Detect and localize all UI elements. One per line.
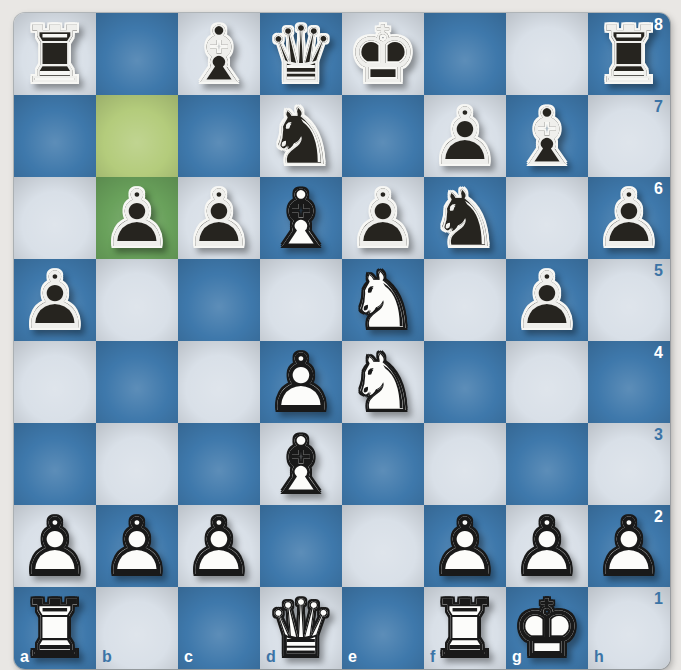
white-bishop-outline-icon: ♗ — [260, 423, 342, 505]
white-pawn[interactable]: ♟♙ — [96, 505, 178, 587]
black-queen[interactable]: ♛♕ — [260, 13, 342, 95]
square-h8[interactable]: ♜♖ — [588, 13, 670, 95]
square-c3[interactable] — [178, 423, 260, 505]
square-f7[interactable]: ♟♙ — [424, 95, 506, 177]
square-b5[interactable] — [96, 259, 178, 341]
square-b1[interactable] — [96, 587, 178, 669]
black-pawn-outline-icon: ♙ — [96, 177, 178, 259]
black-pawn[interactable]: ♟♙ — [588, 177, 670, 259]
square-h7[interactable] — [588, 95, 670, 177]
black-rook[interactable]: ♜♖ — [588, 13, 670, 95]
white-rook-outline-icon: ♖ — [424, 587, 506, 669]
white-bishop[interactable]: ♝♗ — [260, 423, 342, 505]
white-rook[interactable]: ♜♖ — [14, 587, 96, 669]
square-f3[interactable] — [424, 423, 506, 505]
square-e5[interactable]: ♞♘ — [342, 259, 424, 341]
square-a4[interactable] — [14, 341, 96, 423]
square-e7[interactable] — [342, 95, 424, 177]
square-d8[interactable]: ♛♕ — [260, 13, 342, 95]
black-pawn-outline-icon: ♙ — [588, 177, 670, 259]
square-c2[interactable]: ♟♙ — [178, 505, 260, 587]
square-h2[interactable]: ♟♙ — [588, 505, 670, 587]
square-d7[interactable]: ♞♘ — [260, 95, 342, 177]
square-e6[interactable]: ♟♙ — [342, 177, 424, 259]
square-f2[interactable]: ♟♙ — [424, 505, 506, 587]
square-b8[interactable] — [96, 13, 178, 95]
white-pawn[interactable]: ♟♙ — [178, 505, 260, 587]
white-knight-outline-icon: ♘ — [342, 341, 424, 423]
square-d4[interactable]: ♟♙ — [260, 341, 342, 423]
white-bishop[interactable]: ♝♗ — [260, 177, 342, 259]
square-a7[interactable] — [14, 95, 96, 177]
black-pawn[interactable]: ♟♙ — [342, 177, 424, 259]
square-b4[interactable] — [96, 341, 178, 423]
square-a8[interactable]: ♜♖ — [14, 13, 96, 95]
white-pawn-outline-icon: ♙ — [260, 341, 342, 423]
white-knight-outline-icon: ♘ — [342, 259, 424, 341]
white-knight[interactable]: ♞♘ — [342, 341, 424, 423]
square-c7[interactable] — [178, 95, 260, 177]
square-h1[interactable] — [588, 587, 670, 669]
square-h5[interactable] — [588, 259, 670, 341]
square-g6[interactable] — [506, 177, 588, 259]
square-g3[interactable] — [506, 423, 588, 505]
black-rook-outline-icon: ♖ — [14, 13, 96, 95]
white-king[interactable]: ♚♔ — [506, 587, 588, 669]
black-bishop[interactable]: ♝♗ — [178, 13, 260, 95]
black-pawn[interactable]: ♟♙ — [178, 177, 260, 259]
square-f1[interactable]: ♜♖ — [424, 587, 506, 669]
square-a1[interactable]: ♜♖ — [14, 587, 96, 669]
white-queen[interactable]: ♛♕ — [260, 587, 342, 669]
white-pawn[interactable]: ♟♙ — [424, 505, 506, 587]
white-queen-outline-icon: ♕ — [260, 587, 342, 669]
white-knight[interactable]: ♞♘ — [342, 259, 424, 341]
black-pawn[interactable]: ♟♙ — [96, 177, 178, 259]
square-g8[interactable] — [506, 13, 588, 95]
black-bishop-outline-icon: ♗ — [506, 95, 588, 177]
square-a2[interactable]: ♟♙ — [14, 505, 96, 587]
square-c8[interactable]: ♝♗ — [178, 13, 260, 95]
square-d2[interactable] — [260, 505, 342, 587]
square-g7[interactable]: ♝♗ — [506, 95, 588, 177]
square-f6[interactable]: ♞♘ — [424, 177, 506, 259]
square-h4[interactable] — [588, 341, 670, 423]
white-pawn-outline-icon: ♙ — [506, 505, 588, 587]
white-bishop-outline-icon: ♗ — [260, 177, 342, 259]
square-f8[interactable] — [424, 13, 506, 95]
black-bishop-outline-icon: ♗ — [178, 13, 260, 95]
black-pawn-outline-icon: ♙ — [342, 177, 424, 259]
square-c5[interactable] — [178, 259, 260, 341]
square-h3[interactable] — [588, 423, 670, 505]
black-pawn-outline-icon: ♙ — [178, 177, 260, 259]
square-g4[interactable] — [506, 341, 588, 423]
white-pawn[interactable]: ♟♙ — [260, 341, 342, 423]
white-pawn-outline-icon: ♙ — [178, 505, 260, 587]
black-knight[interactable]: ♞♘ — [260, 95, 342, 177]
white-rook-outline-icon: ♖ — [14, 587, 96, 669]
black-knight-outline-icon: ♘ — [260, 95, 342, 177]
square-e3[interactable] — [342, 423, 424, 505]
square-c1[interactable] — [178, 587, 260, 669]
black-knight[interactable]: ♞♘ — [424, 177, 506, 259]
white-pawn[interactable]: ♟♙ — [588, 505, 670, 587]
white-pawn[interactable]: ♟♙ — [14, 505, 96, 587]
black-pawn[interactable]: ♟♙ — [14, 259, 96, 341]
board-grid: ♜♖♝♗♛♕♚♔♜♖♞♘♟♙♝♗♟♙♟♙♝♗♟♙♞♘♟♙♟♙♞♘♟♙♟♙♞♘♝♗… — [14, 13, 670, 669]
white-pawn[interactable]: ♟♙ — [506, 505, 588, 587]
black-knight-outline-icon: ♘ — [424, 177, 506, 259]
black-pawn-outline-icon: ♙ — [506, 259, 588, 341]
white-pawn-outline-icon: ♙ — [96, 505, 178, 587]
square-b7[interactable] — [96, 95, 178, 177]
square-e8[interactable]: ♚♔ — [342, 13, 424, 95]
black-queen-outline-icon: ♕ — [260, 13, 342, 95]
white-king-outline-icon: ♔ — [506, 587, 588, 669]
square-e1[interactable] — [342, 587, 424, 669]
square-d5[interactable] — [260, 259, 342, 341]
square-c6[interactable]: ♟♙ — [178, 177, 260, 259]
square-f5[interactable] — [424, 259, 506, 341]
black-pawn[interactable]: ♟♙ — [506, 259, 588, 341]
square-b6[interactable]: ♟♙ — [96, 177, 178, 259]
square-d3[interactable]: ♝♗ — [260, 423, 342, 505]
square-h6[interactable]: ♟♙ — [588, 177, 670, 259]
square-d1[interactable]: ♛♕ — [260, 587, 342, 669]
black-king-outline-icon: ♔ — [342, 13, 424, 95]
square-g5[interactable]: ♟♙ — [506, 259, 588, 341]
black-rook-outline-icon: ♖ — [588, 13, 670, 95]
black-king[interactable]: ♚♔ — [342, 13, 424, 95]
square-b2[interactable]: ♟♙ — [96, 505, 178, 587]
square-a5[interactable]: ♟♙ — [14, 259, 96, 341]
white-pawn-outline-icon: ♙ — [14, 505, 96, 587]
black-bishop[interactable]: ♝♗ — [506, 95, 588, 177]
square-f4[interactable] — [424, 341, 506, 423]
square-d6[interactable]: ♝♗ — [260, 177, 342, 259]
square-a3[interactable] — [14, 423, 96, 505]
black-pawn[interactable]: ♟♙ — [424, 95, 506, 177]
white-rook[interactable]: ♜♖ — [424, 587, 506, 669]
black-pawn-outline-icon: ♙ — [424, 95, 506, 177]
square-g1[interactable]: ♚♔ — [506, 587, 588, 669]
white-pawn-outline-icon: ♙ — [424, 505, 506, 587]
square-c4[interactable] — [178, 341, 260, 423]
chess-board: ♜♖♝♗♛♕♚♔♜♖♞♘♟♙♝♗♟♙♟♙♝♗♟♙♞♘♟♙♟♙♞♘♟♙♟♙♞♘♝♗… — [14, 13, 670, 669]
black-pawn-outline-icon: ♙ — [14, 259, 96, 341]
square-a6[interactable] — [14, 177, 96, 259]
square-e4[interactable]: ♞♘ — [342, 341, 424, 423]
square-b3[interactable] — [96, 423, 178, 505]
square-e2[interactable] — [342, 505, 424, 587]
black-rook[interactable]: ♜♖ — [14, 13, 96, 95]
white-pawn-outline-icon: ♙ — [588, 505, 670, 587]
square-g2[interactable]: ♟♙ — [506, 505, 588, 587]
